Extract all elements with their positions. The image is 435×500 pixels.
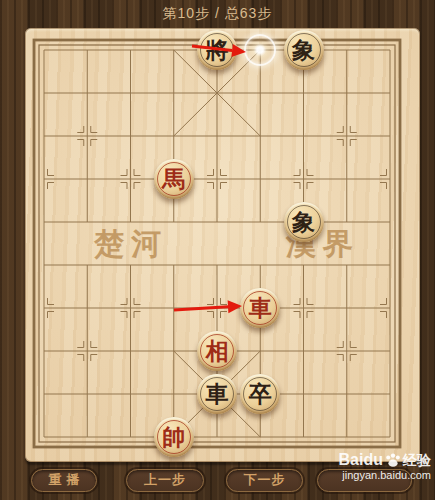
watermark-suffix: 经验 (403, 452, 431, 468)
piece-glyph: 將 (206, 39, 229, 62)
piece-black-chariot[interactable]: 車 (197, 374, 237, 414)
piece-red-elephant[interactable]: 相 (197, 331, 237, 371)
piece-red-horse[interactable]: 馬 (154, 159, 194, 199)
watermark-brand: Baidu (339, 451, 383, 469)
piece-red-general[interactable]: 帥 (154, 417, 194, 457)
piece-black-general[interactable]: 將 (197, 30, 237, 70)
baidu-watermark: Baidu 经验 jingyan.baidu.com (339, 451, 431, 482)
piece-glyph: 馬 (162, 168, 185, 191)
piece-glyph: 帥 (162, 426, 185, 449)
move-counter: 第10步 / 总63步 (0, 0, 435, 28)
next-step-button[interactable]: 下一步 (226, 469, 303, 492)
piece-glyph: 卒 (249, 383, 272, 406)
piece-glyph: 象 (292, 211, 315, 234)
piece-glyph: 車 (249, 297, 272, 320)
paw-icon (385, 453, 401, 468)
watermark-url: jingyan.baidu.com (339, 469, 431, 482)
piece-black-elephant-a[interactable]: 象 (284, 30, 324, 70)
piece-glyph: 車 (206, 383, 229, 406)
piece-glyph: 象 (292, 39, 315, 62)
prev-step-button[interactable]: 上一步 (126, 469, 204, 492)
xiangqi-board: 楚河 漢界 將象象馬車相車卒帥 (25, 28, 420, 462)
pieces-layer: 將象象馬車相車卒帥 (25, 28, 420, 462)
piece-black-soldier[interactable]: 卒 (240, 374, 280, 414)
piece-black-elephant-b[interactable]: 象 (284, 202, 324, 242)
replay-button[interactable]: 重播 (31, 469, 97, 492)
piece-red-chariot[interactable]: 車 (240, 288, 280, 328)
piece-glyph: 相 (206, 340, 229, 363)
